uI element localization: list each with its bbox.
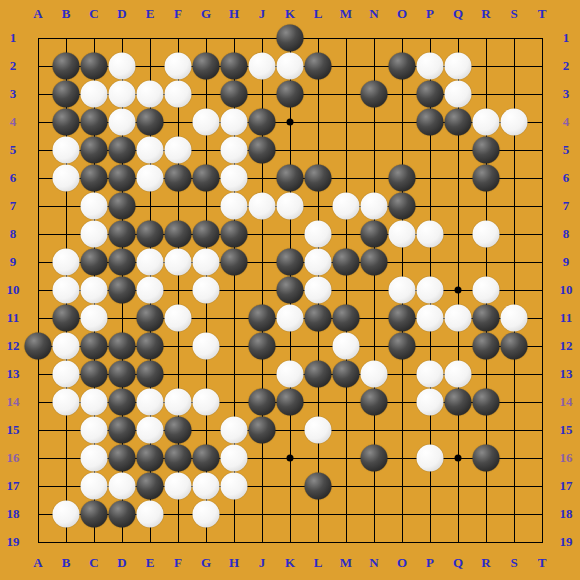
column-label-bottom: F xyxy=(174,555,182,571)
black-stone xyxy=(361,445,388,472)
white-stone xyxy=(445,53,472,80)
column-label-top: F xyxy=(174,6,182,22)
white-stone xyxy=(137,417,164,444)
white-stone xyxy=(81,473,108,500)
white-stone xyxy=(165,81,192,108)
white-stone xyxy=(417,361,444,388)
star-point xyxy=(287,455,294,462)
white-stone xyxy=(137,137,164,164)
column-label-bottom: K xyxy=(285,555,295,571)
black-stone xyxy=(137,333,164,360)
white-stone xyxy=(137,501,164,528)
black-stone xyxy=(109,389,136,416)
black-stone xyxy=(137,305,164,332)
black-stone xyxy=(445,389,472,416)
black-stone xyxy=(333,305,360,332)
black-stone xyxy=(221,53,248,80)
column-label-top: D xyxy=(117,6,126,22)
black-stone xyxy=(109,137,136,164)
row-label-right: 9 xyxy=(563,254,570,270)
black-stone xyxy=(389,333,416,360)
black-stone xyxy=(389,165,416,192)
column-label-bottom: M xyxy=(340,555,352,571)
column-label-top: L xyxy=(314,6,323,22)
row-label-left: 5 xyxy=(10,142,17,158)
white-stone xyxy=(277,361,304,388)
black-stone xyxy=(165,445,192,472)
column-label-top: R xyxy=(481,6,490,22)
column-label-top: O xyxy=(397,6,407,22)
row-label-left: 14 xyxy=(7,394,20,410)
white-stone xyxy=(305,249,332,276)
black-stone xyxy=(277,249,304,276)
black-stone xyxy=(137,361,164,388)
row-label-left: 8 xyxy=(10,226,17,242)
white-stone xyxy=(109,473,136,500)
black-stone xyxy=(53,109,80,136)
row-label-right: 6 xyxy=(563,170,570,186)
black-stone xyxy=(109,221,136,248)
white-stone xyxy=(193,473,220,500)
white-stone xyxy=(389,221,416,248)
black-stone xyxy=(193,445,220,472)
black-stone xyxy=(473,389,500,416)
white-stone xyxy=(221,193,248,220)
row-label-left: 2 xyxy=(10,58,17,74)
white-stone xyxy=(333,333,360,360)
column-label-bottom: P xyxy=(426,555,434,571)
row-label-right: 16 xyxy=(560,450,573,466)
white-stone xyxy=(81,81,108,108)
black-stone xyxy=(53,81,80,108)
row-label-left: 17 xyxy=(7,478,20,494)
row-label-right: 12 xyxy=(560,338,573,354)
white-stone xyxy=(193,333,220,360)
black-stone xyxy=(81,361,108,388)
black-stone xyxy=(277,25,304,52)
white-stone xyxy=(221,417,248,444)
white-stone xyxy=(53,277,80,304)
black-stone xyxy=(361,81,388,108)
black-stone xyxy=(81,165,108,192)
white-stone xyxy=(501,109,528,136)
row-label-left: 11 xyxy=(7,310,19,326)
row-label-left: 19 xyxy=(7,534,20,550)
black-stone xyxy=(249,417,276,444)
black-stone xyxy=(53,305,80,332)
white-stone xyxy=(221,165,248,192)
white-stone xyxy=(53,137,80,164)
star-point xyxy=(287,119,294,126)
row-label-left: 1 xyxy=(10,30,17,46)
black-stone xyxy=(333,249,360,276)
column-label-bottom: C xyxy=(89,555,98,571)
white-stone xyxy=(193,249,220,276)
white-stone xyxy=(221,445,248,472)
black-stone xyxy=(249,389,276,416)
column-label-bottom: D xyxy=(117,555,126,571)
row-label-left: 15 xyxy=(7,422,20,438)
white-stone xyxy=(165,473,192,500)
column-label-bottom: S xyxy=(510,555,517,571)
black-stone xyxy=(193,53,220,80)
column-label-top: Q xyxy=(453,6,463,22)
grid-line-h xyxy=(38,542,543,543)
black-stone xyxy=(361,389,388,416)
black-stone xyxy=(53,53,80,80)
column-label-bottom: L xyxy=(314,555,323,571)
black-stone xyxy=(109,445,136,472)
white-stone xyxy=(81,389,108,416)
white-stone xyxy=(249,193,276,220)
column-label-bottom: O xyxy=(397,555,407,571)
white-stone xyxy=(193,501,220,528)
white-stone xyxy=(81,193,108,220)
column-label-top: A xyxy=(33,6,42,22)
row-label-left: 6 xyxy=(10,170,17,186)
white-stone xyxy=(137,165,164,192)
black-stone xyxy=(81,501,108,528)
black-stone xyxy=(137,221,164,248)
row-label-right: 7 xyxy=(563,198,570,214)
column-label-top: P xyxy=(426,6,434,22)
black-stone xyxy=(249,333,276,360)
white-stone xyxy=(277,53,304,80)
white-stone xyxy=(81,221,108,248)
white-stone xyxy=(305,417,332,444)
white-stone xyxy=(305,277,332,304)
white-stone xyxy=(305,221,332,248)
column-label-bottom: H xyxy=(229,555,239,571)
white-stone xyxy=(165,249,192,276)
black-stone xyxy=(81,137,108,164)
row-label-right: 8 xyxy=(563,226,570,242)
black-stone xyxy=(221,249,248,276)
black-stone xyxy=(277,81,304,108)
white-stone xyxy=(417,277,444,304)
black-stone xyxy=(81,109,108,136)
black-stone xyxy=(361,221,388,248)
white-stone xyxy=(417,445,444,472)
black-stone xyxy=(137,473,164,500)
black-stone xyxy=(473,165,500,192)
black-stone xyxy=(473,445,500,472)
white-stone xyxy=(277,193,304,220)
black-stone xyxy=(109,277,136,304)
white-stone xyxy=(165,53,192,80)
star-point xyxy=(455,455,462,462)
column-label-bottom: Q xyxy=(453,555,463,571)
black-stone xyxy=(305,53,332,80)
row-label-right: 18 xyxy=(560,506,573,522)
black-stone xyxy=(81,333,108,360)
white-stone xyxy=(193,109,220,136)
black-stone xyxy=(109,501,136,528)
white-stone xyxy=(277,305,304,332)
black-stone xyxy=(473,305,500,332)
black-stone xyxy=(165,221,192,248)
white-stone xyxy=(53,361,80,388)
white-stone xyxy=(473,277,500,304)
black-stone xyxy=(305,473,332,500)
white-stone xyxy=(109,81,136,108)
white-stone xyxy=(417,305,444,332)
black-stone xyxy=(81,53,108,80)
black-stone xyxy=(221,221,248,248)
row-label-right: 15 xyxy=(560,422,573,438)
white-stone xyxy=(81,277,108,304)
black-stone xyxy=(333,361,360,388)
white-stone xyxy=(445,81,472,108)
column-label-bottom: A xyxy=(33,555,42,571)
black-stone xyxy=(249,305,276,332)
black-stone xyxy=(473,333,500,360)
white-stone xyxy=(53,389,80,416)
white-stone xyxy=(137,389,164,416)
row-label-left: 10 xyxy=(7,282,20,298)
black-stone xyxy=(165,417,192,444)
black-stone xyxy=(193,221,220,248)
column-label-bottom: E xyxy=(146,555,155,571)
row-label-right: 10 xyxy=(560,282,573,298)
white-stone xyxy=(53,501,80,528)
column-label-bottom: R xyxy=(481,555,490,571)
row-label-left: 18 xyxy=(7,506,20,522)
white-stone xyxy=(361,361,388,388)
black-stone xyxy=(249,109,276,136)
black-stone xyxy=(473,137,500,164)
black-stone xyxy=(389,193,416,220)
column-label-top: B xyxy=(62,6,71,22)
black-stone xyxy=(305,165,332,192)
white-stone xyxy=(53,165,80,192)
black-stone xyxy=(249,137,276,164)
black-stone xyxy=(361,249,388,276)
white-stone xyxy=(417,53,444,80)
black-stone xyxy=(137,109,164,136)
white-stone xyxy=(109,53,136,80)
row-label-left: 7 xyxy=(10,198,17,214)
white-stone xyxy=(81,305,108,332)
black-stone xyxy=(501,333,528,360)
column-label-top: J xyxy=(259,6,266,22)
row-label-right: 19 xyxy=(560,534,573,550)
black-stone xyxy=(417,81,444,108)
black-stone xyxy=(165,165,192,192)
white-stone xyxy=(221,109,248,136)
white-stone xyxy=(445,305,472,332)
column-label-top: G xyxy=(201,6,211,22)
black-stone xyxy=(305,361,332,388)
white-stone xyxy=(417,389,444,416)
black-stone xyxy=(109,361,136,388)
white-stone xyxy=(361,193,388,220)
column-label-top: S xyxy=(510,6,517,22)
row-label-right: 13 xyxy=(560,366,573,382)
row-label-right: 17 xyxy=(560,478,573,494)
white-stone xyxy=(81,417,108,444)
column-label-bottom: J xyxy=(259,555,266,571)
row-label-left: 12 xyxy=(7,338,20,354)
white-stone xyxy=(137,81,164,108)
row-label-left: 9 xyxy=(10,254,17,270)
black-stone xyxy=(221,81,248,108)
black-stone xyxy=(417,109,444,136)
row-label-right: 1 xyxy=(563,30,570,46)
column-label-bottom: T xyxy=(538,555,547,571)
row-label-left: 3 xyxy=(10,86,17,102)
white-stone xyxy=(389,277,416,304)
column-label-bottom: G xyxy=(201,555,211,571)
grid-line-v xyxy=(542,38,543,543)
white-stone xyxy=(501,305,528,332)
black-stone xyxy=(25,333,52,360)
column-label-top: K xyxy=(285,6,295,22)
black-stone xyxy=(277,277,304,304)
white-stone xyxy=(109,109,136,136)
white-stone xyxy=(81,445,108,472)
black-stone xyxy=(445,109,472,136)
column-label-top: E xyxy=(146,6,155,22)
black-stone xyxy=(109,165,136,192)
black-stone xyxy=(305,305,332,332)
column-label-top: M xyxy=(340,6,352,22)
white-stone xyxy=(193,389,220,416)
white-stone xyxy=(445,361,472,388)
grid-line-v xyxy=(346,38,347,543)
black-stone xyxy=(389,53,416,80)
star-point xyxy=(455,287,462,294)
column-label-top: H xyxy=(229,6,239,22)
white-stone xyxy=(221,473,248,500)
white-stone xyxy=(249,53,276,80)
white-stone xyxy=(165,137,192,164)
white-stone xyxy=(221,137,248,164)
white-stone xyxy=(53,333,80,360)
white-stone xyxy=(417,221,444,248)
black-stone xyxy=(109,249,136,276)
go-board[interactable]: AABBCCDDEEFFGGHHJJKKLLMMNNOOPPQQRRSSTT11… xyxy=(0,0,580,580)
row-label-right: 14 xyxy=(560,394,573,410)
black-stone xyxy=(137,445,164,472)
row-label-right: 5 xyxy=(563,142,570,158)
white-stone xyxy=(333,193,360,220)
black-stone xyxy=(277,389,304,416)
white-stone xyxy=(193,277,220,304)
column-label-top: C xyxy=(89,6,98,22)
black-stone xyxy=(109,333,136,360)
black-stone xyxy=(277,165,304,192)
row-label-left: 13 xyxy=(7,366,20,382)
row-label-right: 11 xyxy=(560,310,572,326)
white-stone xyxy=(137,249,164,276)
white-stone xyxy=(473,109,500,136)
white-stone xyxy=(165,305,192,332)
black-stone xyxy=(109,193,136,220)
row-label-left: 16 xyxy=(7,450,20,466)
white-stone xyxy=(473,221,500,248)
column-label-bottom: B xyxy=(62,555,71,571)
column-label-top: N xyxy=(369,6,378,22)
white-stone xyxy=(137,277,164,304)
white-stone xyxy=(165,389,192,416)
black-stone xyxy=(389,305,416,332)
column-label-top: T xyxy=(538,6,547,22)
row-label-left: 4 xyxy=(10,114,17,130)
column-label-bottom: N xyxy=(369,555,378,571)
black-stone xyxy=(193,165,220,192)
row-label-right: 3 xyxy=(563,86,570,102)
black-stone xyxy=(109,417,136,444)
row-label-right: 4 xyxy=(563,114,570,130)
white-stone xyxy=(53,249,80,276)
row-label-right: 2 xyxy=(563,58,570,74)
black-stone xyxy=(81,249,108,276)
